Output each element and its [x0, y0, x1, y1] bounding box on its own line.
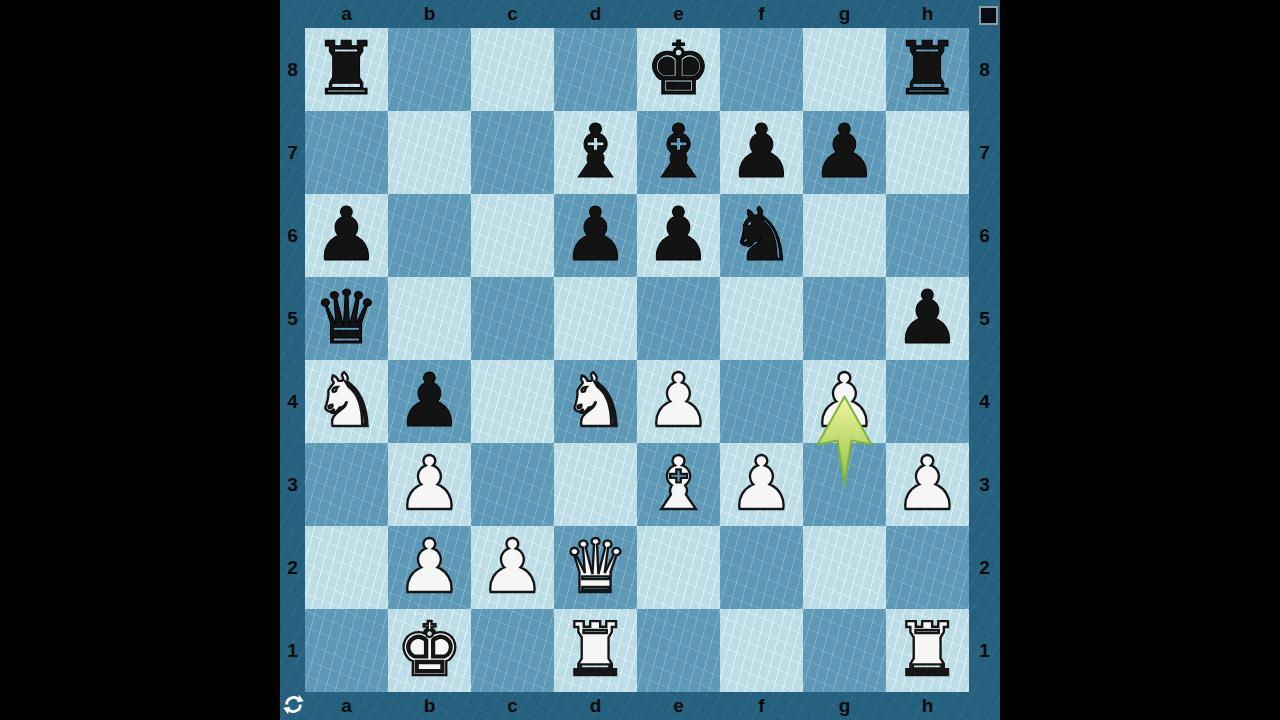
file-bottom-label-d: d [554, 692, 637, 720]
flip-board-icon[interactable] [283, 694, 304, 715]
square-e6[interactable]: ♟ [637, 194, 720, 277]
rank-left-label-6: 6 [280, 194, 305, 277]
square-g3[interactable] [803, 443, 886, 526]
square-h1[interactable]: ♜ [886, 609, 969, 692]
square-f5[interactable] [720, 277, 803, 360]
rank-left-label-8: 8 [280, 28, 305, 111]
square-d6[interactable]: ♟ [554, 194, 637, 277]
square-g2[interactable] [803, 526, 886, 609]
rank-right-label-7: 7 [969, 111, 1000, 194]
square-c3[interactable] [471, 443, 554, 526]
piece-white-pawn[interactable]: ♟ [396, 529, 462, 603]
piece-black-rook[interactable]: ♜ [313, 31, 379, 105]
square-b3[interactable]: ♟ [388, 443, 471, 526]
file-top-label-g: g [803, 0, 886, 28]
rank-left-label-5: 5 [280, 277, 305, 360]
square-a4[interactable]: ♞ [305, 360, 388, 443]
piece-black-knight[interactable]: ♞ [728, 197, 794, 271]
rank-left-label-2: 2 [280, 526, 305, 609]
rank-labels-right: 87654321 [969, 28, 1000, 692]
rank-labels-left: 87654321 [280, 28, 305, 692]
square-b7[interactable] [388, 111, 471, 194]
file-top-label-d: d [554, 0, 637, 28]
square-d8[interactable] [554, 28, 637, 111]
piece-white-pawn[interactable]: ♟ [396, 446, 462, 520]
piece-black-queen[interactable]: ♛ [313, 280, 379, 354]
piece-black-pawn[interactable]: ♟ [313, 197, 379, 271]
rank-right-label-3: 3 [969, 443, 1000, 526]
piece-black-pawn[interactable]: ♟ [645, 197, 711, 271]
square-e5[interactable] [637, 277, 720, 360]
piece-white-rook[interactable]: ♜ [562, 612, 628, 686]
piece-black-bishop[interactable]: ♝ [562, 114, 628, 188]
square-b1[interactable]: ♚ [388, 609, 471, 692]
file-labels-bottom: abcdefgh [305, 692, 969, 720]
piece-white-pawn[interactable]: ♟ [811, 363, 877, 437]
square-a7[interactable] [305, 111, 388, 194]
square-a3[interactable] [305, 443, 388, 526]
square-d2[interactable]: ♛ [554, 526, 637, 609]
file-top-label-f: f [720, 0, 803, 28]
square-h3[interactable]: ♟ [886, 443, 969, 526]
piece-white-knight[interactable]: ♞ [313, 363, 379, 437]
square-e7[interactable]: ♝ [637, 111, 720, 194]
rank-right-label-2: 2 [969, 526, 1000, 609]
square-b6[interactable] [388, 194, 471, 277]
square-h6[interactable] [886, 194, 969, 277]
square-c6[interactable] [471, 194, 554, 277]
file-bottom-label-h: h [886, 692, 969, 720]
square-f8[interactable] [720, 28, 803, 111]
rank-right-label-4: 4 [969, 360, 1000, 443]
piece-black-pawn[interactable]: ♟ [396, 363, 462, 437]
piece-white-pawn[interactable]: ♟ [645, 363, 711, 437]
square-c7[interactable] [471, 111, 554, 194]
square-a5[interactable]: ♛ [305, 277, 388, 360]
square-c2[interactable]: ♟ [471, 526, 554, 609]
rank-right-label-8: 8 [969, 28, 1000, 111]
square-h2[interactable] [886, 526, 969, 609]
piece-white-rook[interactable]: ♜ [894, 612, 960, 686]
board-frame: abcdefgh abcdefgh 87654321 87654321 ♜♚♜♝… [280, 0, 1000, 720]
rank-left-label-4: 4 [280, 360, 305, 443]
page-background: abcdefgh abcdefgh 87654321 87654321 ♜♚♜♝… [0, 0, 1280, 720]
file-top-label-c: c [471, 0, 554, 28]
stop-square-icon[interactable] [979, 6, 998, 25]
square-c8[interactable] [471, 28, 554, 111]
square-g7[interactable]: ♟ [803, 111, 886, 194]
square-d3[interactable] [554, 443, 637, 526]
square-a2[interactable] [305, 526, 388, 609]
square-c1[interactable] [471, 609, 554, 692]
square-g6[interactable] [803, 194, 886, 277]
square-b8[interactable] [388, 28, 471, 111]
square-h4[interactable] [886, 360, 969, 443]
rank-left-label-7: 7 [280, 111, 305, 194]
rank-right-label-5: 5 [969, 277, 1000, 360]
piece-white-bishop[interactable]: ♝ [645, 446, 711, 520]
piece-white-pawn[interactable]: ♟ [728, 446, 794, 520]
square-f2[interactable] [720, 526, 803, 609]
rank-left-label-1: 1 [280, 609, 305, 692]
file-bottom-label-f: f [720, 692, 803, 720]
square-h7[interactable] [886, 111, 969, 194]
square-e4[interactable]: ♟ [637, 360, 720, 443]
file-bottom-label-a: a [305, 692, 388, 720]
square-g4[interactable]: ♟ [803, 360, 886, 443]
piece-white-queen[interactable]: ♛ [562, 529, 628, 603]
piece-black-pawn[interactable]: ♟ [894, 280, 960, 354]
piece-black-bishop[interactable]: ♝ [645, 114, 711, 188]
file-bottom-label-g: g [803, 692, 886, 720]
square-c5[interactable] [471, 277, 554, 360]
piece-black-pawn[interactable]: ♟ [811, 114, 877, 188]
rank-right-label-1: 1 [969, 609, 1000, 692]
square-d5[interactable] [554, 277, 637, 360]
file-bottom-label-c: c [471, 692, 554, 720]
square-g1[interactable] [803, 609, 886, 692]
piece-black-king[interactable]: ♚ [645, 31, 711, 105]
piece-white-king[interactable]: ♚ [396, 612, 462, 686]
square-f4[interactable] [720, 360, 803, 443]
square-f6[interactable]: ♞ [720, 194, 803, 277]
piece-white-knight[interactable]: ♞ [562, 363, 628, 437]
piece-black-pawn[interactable]: ♟ [728, 114, 794, 188]
rank-right-label-6: 6 [969, 194, 1000, 277]
square-f1[interactable] [720, 609, 803, 692]
square-g8[interactable] [803, 28, 886, 111]
square-b2[interactable]: ♟ [388, 526, 471, 609]
square-g5[interactable] [803, 277, 886, 360]
square-e2[interactable] [637, 526, 720, 609]
square-d7[interactable]: ♝ [554, 111, 637, 194]
file-labels-top: abcdefgh [305, 0, 969, 28]
square-c4[interactable] [471, 360, 554, 443]
square-a1[interactable] [305, 609, 388, 692]
square-a8[interactable]: ♜ [305, 28, 388, 111]
square-e8[interactable]: ♚ [637, 28, 720, 111]
square-d4[interactable]: ♞ [554, 360, 637, 443]
square-h8[interactable]: ♜ [886, 28, 969, 111]
chess-board: ♜♚♜♝♝♟♟♟♟♟♞♛♟♞♟♞♟♟♟♝♟♟♟♟♛♚♜♜ [305, 28, 969, 692]
square-h5[interactable]: ♟ [886, 277, 969, 360]
square-e1[interactable] [637, 609, 720, 692]
file-bottom-label-e: e [637, 692, 720, 720]
square-f3[interactable]: ♟ [720, 443, 803, 526]
piece-black-pawn[interactable]: ♟ [562, 197, 628, 271]
piece-white-pawn[interactable]: ♟ [479, 529, 545, 603]
square-a6[interactable]: ♟ [305, 194, 388, 277]
piece-black-rook[interactable]: ♜ [894, 31, 960, 105]
square-e3[interactable]: ♝ [637, 443, 720, 526]
square-f7[interactable]: ♟ [720, 111, 803, 194]
square-b4[interactable]: ♟ [388, 360, 471, 443]
square-b5[interactable] [388, 277, 471, 360]
piece-white-pawn[interactable]: ♟ [894, 446, 960, 520]
file-top-label-b: b [388, 0, 471, 28]
file-bottom-label-b: b [388, 692, 471, 720]
square-d1[interactable]: ♜ [554, 609, 637, 692]
rank-left-label-3: 3 [280, 443, 305, 526]
